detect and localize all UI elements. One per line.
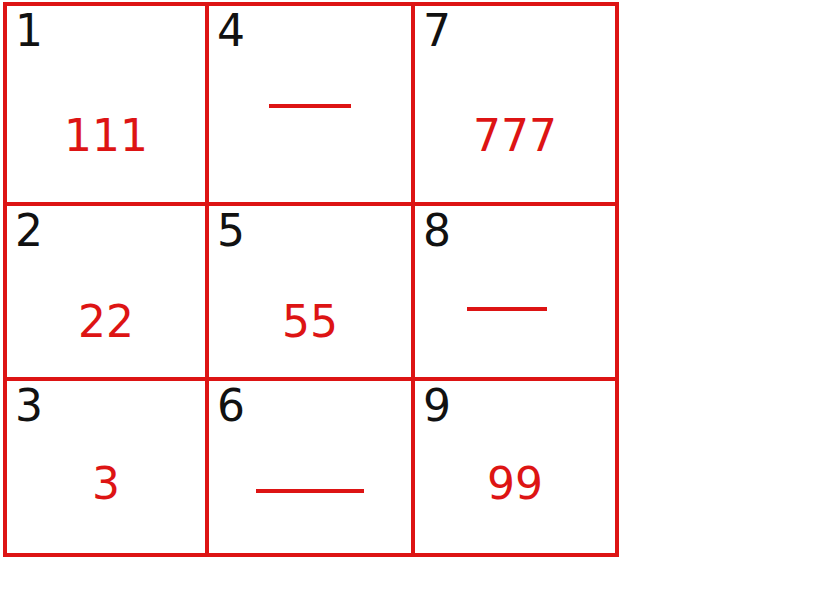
- cell-6-label: 6: [217, 384, 245, 428]
- cell-7-label: 7: [423, 9, 451, 53]
- puzzle-grid: 1 111 4 7 777 2 22 5 55 8 3 3 6 9 99: [3, 2, 619, 557]
- cell-6: 6: [209, 381, 411, 553]
- cell-6-blank-underline[interactable]: [256, 489, 364, 493]
- cell-4-label: 4: [217, 9, 245, 53]
- cell-1-value: 111: [7, 114, 205, 158]
- cell-5-label: 5: [217, 209, 245, 253]
- cell-8-label: 8: [423, 209, 451, 253]
- cell-4: 4: [209, 6, 411, 202]
- cell-9-value: 99: [415, 462, 615, 506]
- cell-1-label: 1: [15, 9, 43, 53]
- cell-2-label: 2: [15, 209, 43, 253]
- cell-3-value: 3: [7, 462, 205, 506]
- cell-7-value: 777: [415, 114, 615, 158]
- cell-2-value: 22: [7, 300, 205, 344]
- cell-8-blank-underline[interactable]: [467, 307, 547, 311]
- cell-9-label: 9: [423, 384, 451, 428]
- cell-1: 1 111: [7, 6, 205, 202]
- cell-9: 9 99: [415, 381, 615, 553]
- cell-3: 3 3: [7, 381, 205, 553]
- cell-8: 8: [415, 206, 615, 377]
- cell-5: 5 55: [209, 206, 411, 377]
- cell-4-blank-underline[interactable]: [269, 104, 351, 108]
- cell-5-value: 55: [209, 300, 411, 344]
- cell-2: 2 22: [7, 206, 205, 377]
- cell-7: 7 777: [415, 6, 615, 202]
- cell-3-label: 3: [15, 384, 43, 428]
